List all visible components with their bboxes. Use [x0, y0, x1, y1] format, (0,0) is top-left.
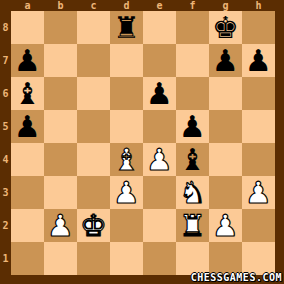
square-g6[interactable] — [209, 77, 242, 110]
white-pawn-g2: ♟ — [212, 209, 239, 242]
square-e5[interactable] — [143, 110, 176, 143]
square-c6[interactable] — [77, 77, 110, 110]
square-c1[interactable] — [77, 242, 110, 275]
rank-label-5: 5 — [0, 110, 11, 143]
square-a4[interactable] — [11, 143, 44, 176]
rank-label-4: 4 — [0, 143, 11, 176]
chess-board-frame: abcdefgh 87654321 ♜♚♟♟♟♝♟♟♟♝♟♝♟♞♟♟♚♜♟ CH… — [0, 0, 284, 284]
square-f5[interactable]: ♟ — [176, 110, 209, 143]
square-d7[interactable] — [110, 44, 143, 77]
square-g7[interactable]: ♟ — [209, 44, 242, 77]
square-c5[interactable] — [77, 110, 110, 143]
square-a5[interactable]: ♟ — [11, 110, 44, 143]
square-h7[interactable]: ♟ — [242, 44, 275, 77]
square-c7[interactable] — [77, 44, 110, 77]
square-e7[interactable] — [143, 44, 176, 77]
square-b3[interactable] — [44, 176, 77, 209]
square-c8[interactable] — [77, 11, 110, 44]
square-g5[interactable] — [209, 110, 242, 143]
chess-board: ♜♚♟♟♟♝♟♟♟♝♟♝♟♞♟♟♚♜♟ — [11, 11, 275, 275]
square-e2[interactable] — [143, 209, 176, 242]
square-f1[interactable] — [176, 242, 209, 275]
black-pawn-a5: ♟ — [14, 110, 41, 143]
square-a6[interactable]: ♝ — [11, 77, 44, 110]
square-b6[interactable] — [44, 77, 77, 110]
square-h5[interactable] — [242, 110, 275, 143]
black-pawn-h7: ♟ — [245, 44, 272, 77]
square-a3[interactable] — [11, 176, 44, 209]
white-bishop-d4: ♝ — [113, 143, 140, 176]
square-g3[interactable] — [209, 176, 242, 209]
square-d5[interactable] — [110, 110, 143, 143]
square-c4[interactable] — [77, 143, 110, 176]
square-b4[interactable] — [44, 143, 77, 176]
square-d2[interactable] — [110, 209, 143, 242]
square-c3[interactable] — [77, 176, 110, 209]
white-pawn-e4: ♟ — [146, 143, 173, 176]
black-pawn-f5: ♟ — [179, 110, 206, 143]
square-e4[interactable]: ♟ — [143, 143, 176, 176]
square-g2[interactable]: ♟ — [209, 209, 242, 242]
square-d3[interactable]: ♟ — [110, 176, 143, 209]
square-f7[interactable] — [176, 44, 209, 77]
square-h8[interactable] — [242, 11, 275, 44]
square-h4[interactable] — [242, 143, 275, 176]
square-e6[interactable]: ♟ — [143, 77, 176, 110]
black-pawn-a7: ♟ — [14, 44, 41, 77]
square-d8[interactable]: ♜ — [110, 11, 143, 44]
white-king-c2: ♚ — [80, 209, 107, 242]
square-d6[interactable] — [110, 77, 143, 110]
square-a1[interactable] — [11, 242, 44, 275]
square-g4[interactable] — [209, 143, 242, 176]
square-b5[interactable] — [44, 110, 77, 143]
black-pawn-e6: ♟ — [146, 77, 173, 110]
square-d1[interactable] — [110, 242, 143, 275]
black-king-g8: ♚ — [212, 11, 239, 44]
black-bishop-f4: ♝ — [179, 143, 206, 176]
square-b8[interactable] — [44, 11, 77, 44]
square-h6[interactable] — [242, 77, 275, 110]
square-f8[interactable] — [176, 11, 209, 44]
rank-labels: 87654321 — [0, 11, 11, 275]
black-rook-d8: ♜ — [113, 11, 140, 44]
square-e3[interactable] — [143, 176, 176, 209]
square-c2[interactable]: ♚ — [77, 209, 110, 242]
square-a8[interactable] — [11, 11, 44, 44]
square-f4[interactable]: ♝ — [176, 143, 209, 176]
square-d4[interactable]: ♝ — [110, 143, 143, 176]
square-f2[interactable]: ♜ — [176, 209, 209, 242]
square-h1[interactable] — [242, 242, 275, 275]
rank-label-3: 3 — [0, 176, 11, 209]
white-pawn-h3: ♟ — [245, 176, 272, 209]
square-a7[interactable]: ♟ — [11, 44, 44, 77]
square-g1[interactable] — [209, 242, 242, 275]
square-b2[interactable]: ♟ — [44, 209, 77, 242]
white-knight-f3: ♞ — [179, 176, 206, 209]
square-b1[interactable] — [44, 242, 77, 275]
square-e8[interactable] — [143, 11, 176, 44]
rank-label-1: 1 — [0, 242, 11, 275]
square-g8[interactable]: ♚ — [209, 11, 242, 44]
square-f6[interactable] — [176, 77, 209, 110]
square-e1[interactable] — [143, 242, 176, 275]
rank-label-8: 8 — [0, 11, 11, 44]
chessgames-brand-link[interactable]: CHESSGAMES.COM — [191, 272, 282, 284]
rank-label-6: 6 — [0, 77, 11, 110]
black-bishop-a6: ♝ — [14, 77, 41, 110]
rank-label-2: 2 — [0, 209, 11, 242]
white-pawn-d3: ♟ — [113, 176, 140, 209]
square-a2[interactable] — [11, 209, 44, 242]
square-h2[interactable] — [242, 209, 275, 242]
white-pawn-b2: ♟ — [47, 209, 74, 242]
black-pawn-g7: ♟ — [212, 44, 239, 77]
square-b7[interactable] — [44, 44, 77, 77]
square-f3[interactable]: ♞ — [176, 176, 209, 209]
rank-label-7: 7 — [0, 44, 11, 77]
white-rook-f2: ♜ — [179, 209, 206, 242]
square-h3[interactable]: ♟ — [242, 176, 275, 209]
